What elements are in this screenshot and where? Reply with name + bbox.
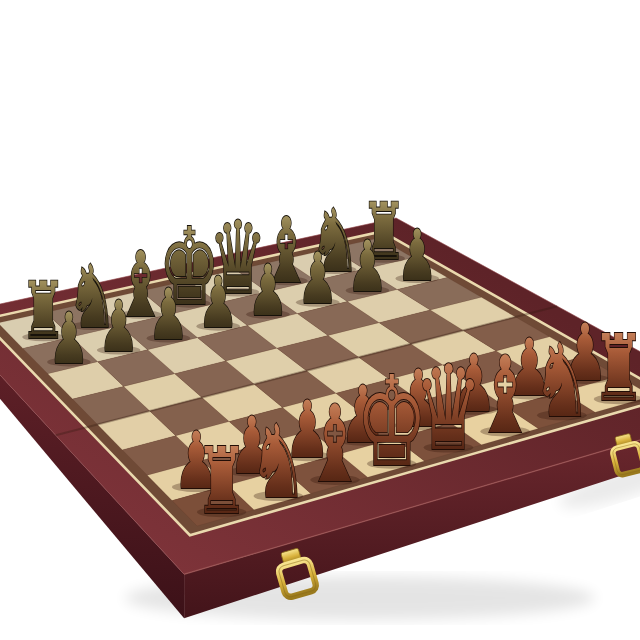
piece-brass-pawn-e7: ♟ [248, 250, 289, 332]
piece-brass-pawn-d7: ♟ [198, 262, 239, 344]
piece-copper-knight-g1: ♞ [532, 322, 591, 440]
piece-copper-rook-a1: ♜ [195, 428, 248, 535]
piece-copper-bishop-f1: ♝ [474, 334, 535, 458]
piece-copper-rook-h1: ♜ [592, 315, 640, 422]
product-photo: ♜♞♝♚♛♝♞♜♟♟♟♟♟♟♟♟♟♟♟♟♟♟♟♟♜♞♝♚♛♝♞♜ [0, 0, 640, 640]
piece-brass-pawn-a7: ♟ [48, 298, 89, 380]
piece-brass-pawn-f7: ♟ [297, 238, 338, 320]
chess-set-scene: ♜♞♝♚♛♝♞♜♟♟♟♟♟♟♟♟♟♟♟♟♟♟♟♟♜♞♝♚♛♝♞♜ [0, 0, 640, 640]
piece-brass-pawn-g7: ♟ [347, 226, 388, 308]
piece-brass-pawn-b7: ♟ [98, 286, 139, 368]
piece-copper-queen-e1: ♛ [414, 339, 482, 476]
piece-copper-knight-b1: ♞ [249, 403, 308, 521]
piece-brass-pawn-c7: ♟ [148, 274, 189, 356]
piece-brass-pawn-h7: ♟ [397, 214, 438, 296]
